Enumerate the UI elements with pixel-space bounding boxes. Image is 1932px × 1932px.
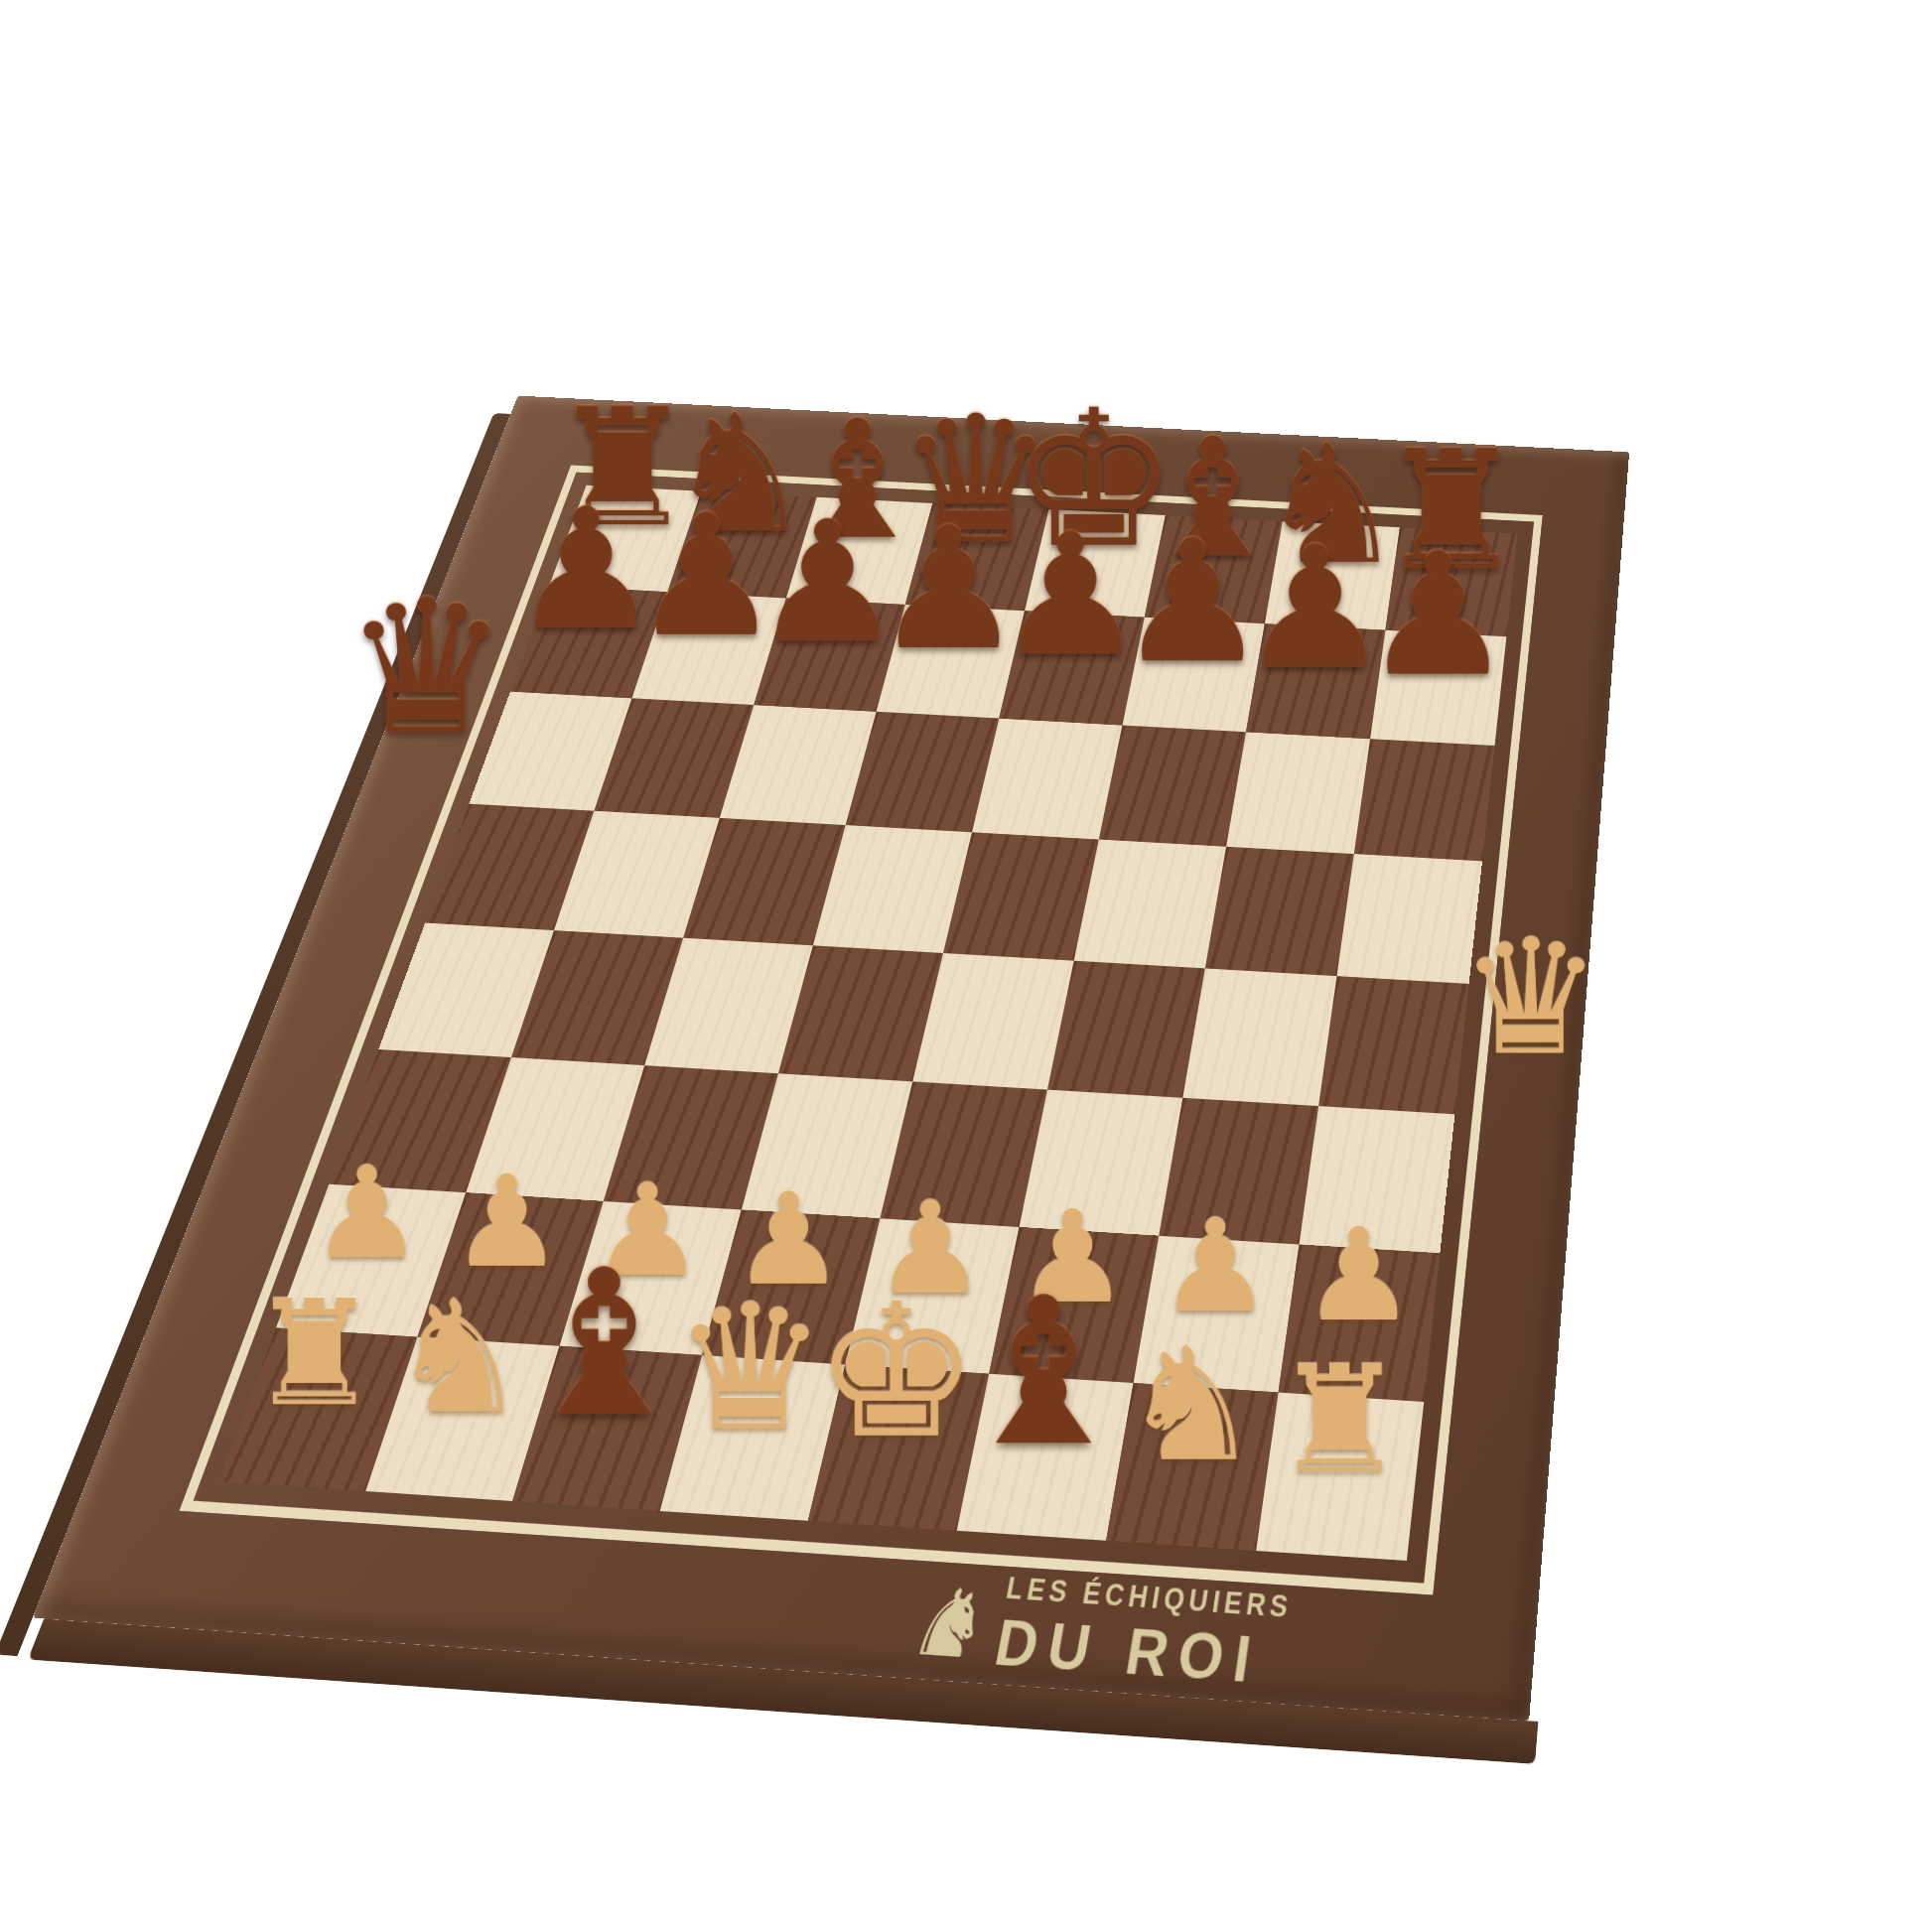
square-e6[interactable] xyxy=(972,719,1122,840)
black-spare-queen[interactable]: ♛ xyxy=(344,575,509,760)
white-knight[interactable]: ♞ xyxy=(388,1281,527,1437)
board-near-edge xyxy=(28,1618,1539,1764)
white-rook[interactable]: ♜ xyxy=(1273,1345,1406,1494)
square-d4[interactable] xyxy=(778,945,943,1081)
square-c5[interactable] xyxy=(683,818,846,945)
square-h4[interactable] xyxy=(1318,976,1469,1114)
brand-text: LES ÉCHIQUIERS DU ROI xyxy=(989,1572,1294,1700)
white-bishop[interactable]: ♝ xyxy=(951,1271,1134,1474)
white-rook[interactable]: ♜ xyxy=(248,1281,379,1427)
square-f4[interactable] xyxy=(1047,961,1205,1098)
white-spare-queen[interactable]: ♛ xyxy=(1459,917,1602,1077)
chess-board: ♜♞♝♛♚♝♞♜♟♟♟♟♟♟♟♟♟♟♟♟♟♟♟♟♜♞♝♛♚♝♞♜ ♞ LES É… xyxy=(33,396,1629,1722)
white-knight[interactable]: ♞ xyxy=(1120,1327,1261,1484)
square-e5[interactable] xyxy=(943,832,1099,960)
square-b4[interactable] xyxy=(511,930,683,1065)
square-f5[interactable] xyxy=(1074,840,1226,969)
square-g6[interactable] xyxy=(1226,732,1370,854)
square-f6[interactable] xyxy=(1099,725,1246,846)
square-f1[interactable]: ♝ xyxy=(957,1374,1134,1541)
white-bishop[interactable]: ♝ xyxy=(512,1243,694,1446)
white-pawn[interactable]: ♟ xyxy=(1158,1202,1273,1330)
white-queen[interactable]: ♛ xyxy=(671,1282,827,1455)
square-h1[interactable]: ♜ xyxy=(1256,1392,1424,1561)
photo-background: ♜♞♝♛♚♝♞♜♟♟♟♟♟♟♟♟♟♟♟♟♟♟♟♟♜♞♝♛♚♝♞♜ ♞ LES É… xyxy=(0,0,1932,1932)
square-h6[interactable] xyxy=(1354,739,1495,861)
black-pawn[interactable]: ♟ xyxy=(1362,531,1514,701)
white-pawn[interactable]: ♟ xyxy=(1301,1211,1416,1339)
square-g1[interactable]: ♞ xyxy=(1106,1383,1278,1551)
white-pawn[interactable]: ♟ xyxy=(310,1150,423,1276)
square-a5[interactable] xyxy=(425,804,594,931)
square-h7[interactable]: ♟ xyxy=(1370,630,1506,746)
scene: ♜♞♝♛♚♝♞♜♟♟♟♟♟♟♟♟♟♟♟♟♟♟♟♟♜♞♝♛♚♝♞♜ ♞ LES É… xyxy=(0,0,1932,1932)
square-g4[interactable] xyxy=(1182,968,1336,1106)
knight-rider-logo-icon: ♞ xyxy=(902,1573,998,1672)
brand-logo: ♞ LES ÉCHIQUIERS DU ROI xyxy=(901,1566,1295,1700)
square-g5[interactable] xyxy=(1205,847,1354,976)
